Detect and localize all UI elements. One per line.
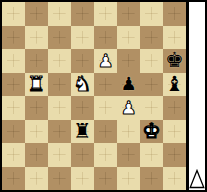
black-king: ♚: [165, 50, 184, 71]
square-d5[interactable]: ♞: [71, 73, 94, 97]
square-c4[interactable]: [48, 96, 71, 120]
square-a7[interactable]: [2, 26, 25, 50]
chess-board: ♟♚♜♞♟♝♟♜♚: [2, 2, 186, 190]
square-c5[interactable]: [48, 73, 71, 97]
square-e5[interactable]: [94, 73, 117, 97]
square-a1[interactable]: [2, 167, 25, 191]
square-h1[interactable]: [163, 167, 186, 191]
square-a6[interactable]: [2, 49, 25, 73]
square-g3[interactable]: ♚: [140, 120, 163, 144]
square-b5[interactable]: ♜: [25, 73, 48, 97]
square-h4[interactable]: [163, 96, 186, 120]
square-a4[interactable]: [2, 96, 25, 120]
square-f7[interactable]: [117, 26, 140, 50]
right-margin: [189, 2, 205, 190]
square-f6[interactable]: [117, 49, 140, 73]
square-g5[interactable]: [140, 73, 163, 97]
square-b6[interactable]: [25, 49, 48, 73]
square-c6[interactable]: [48, 49, 71, 73]
square-d6[interactable]: [71, 49, 94, 73]
square-g2[interactable]: [140, 143, 163, 167]
square-a5[interactable]: [2, 73, 25, 97]
square-g6[interactable]: [140, 49, 163, 73]
square-f3[interactable]: [117, 120, 140, 144]
white-to-move-triangle-icon: [189, 169, 205, 189]
square-b8[interactable]: [25, 2, 48, 26]
white-pawn: ♟: [97, 52, 113, 70]
square-a2[interactable]: [2, 143, 25, 167]
square-f8[interactable]: [117, 2, 140, 26]
square-b7[interactable]: [25, 26, 48, 50]
square-c2[interactable]: [48, 143, 71, 167]
square-g7[interactable]: [140, 26, 163, 50]
square-f5[interactable]: ♟: [117, 73, 140, 97]
square-e1[interactable]: [94, 167, 117, 191]
square-d2[interactable]: [71, 143, 94, 167]
square-a8[interactable]: [2, 2, 25, 26]
square-d7[interactable]: [71, 26, 94, 50]
black-bishop: ♝: [165, 74, 184, 95]
square-c8[interactable]: [48, 2, 71, 26]
square-g1[interactable]: [140, 167, 163, 191]
black-rook: ♜: [73, 121, 92, 142]
square-g8[interactable]: [140, 2, 163, 26]
square-e7[interactable]: [94, 26, 117, 50]
square-h6[interactable]: ♚: [163, 49, 186, 73]
square-c3[interactable]: [48, 120, 71, 144]
square-d8[interactable]: [71, 2, 94, 26]
square-a3[interactable]: [2, 120, 25, 144]
square-b1[interactable]: [25, 167, 48, 191]
square-e4[interactable]: [94, 96, 117, 120]
square-d4[interactable]: [71, 96, 94, 120]
square-b3[interactable]: [25, 120, 48, 144]
white-king: ♚: [142, 121, 161, 142]
square-d3[interactable]: ♜: [71, 120, 94, 144]
square-h7[interactable]: [163, 26, 186, 50]
square-h2[interactable]: [163, 143, 186, 167]
square-e6[interactable]: ♟: [94, 49, 117, 73]
white-pawn: ♟: [120, 99, 136, 117]
square-d1[interactable]: [71, 167, 94, 191]
square-e3[interactable]: [94, 120, 117, 144]
square-f2[interactable]: [117, 143, 140, 167]
black-pawn: ♟: [120, 75, 136, 93]
square-c1[interactable]: [48, 167, 71, 191]
square-e8[interactable]: [94, 2, 117, 26]
square-h5[interactable]: ♝: [163, 73, 186, 97]
white-knight: ♞: [73, 74, 92, 95]
square-f1[interactable]: [117, 167, 140, 191]
square-e2[interactable]: [94, 143, 117, 167]
square-h8[interactable]: [163, 2, 186, 26]
square-b4[interactable]: [25, 96, 48, 120]
chess-diagram: ♟♚♜♞♟♝♟♜♚: [0, 0, 207, 192]
square-b2[interactable]: [25, 143, 48, 167]
square-g4[interactable]: [140, 96, 163, 120]
square-h3[interactable]: [163, 120, 186, 144]
square-c7[interactable]: [48, 26, 71, 50]
white-rook: ♜: [27, 74, 46, 95]
square-f4[interactable]: ♟: [117, 96, 140, 120]
